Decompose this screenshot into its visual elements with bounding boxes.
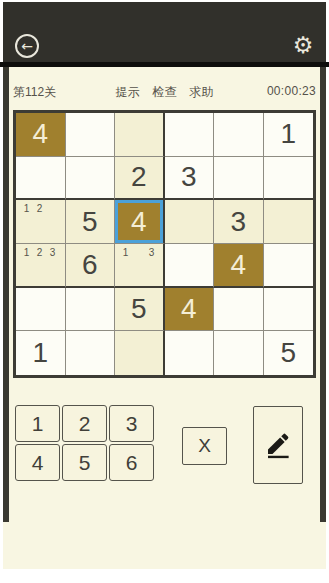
note-digit	[132, 248, 145, 258]
cell-r1c3[interactable]	[115, 113, 165, 157]
cell-r3c4[interactable]	[165, 200, 215, 244]
keypad-button-5[interactable]: 5	[62, 444, 107, 481]
cell-r2c5[interactable]	[214, 157, 264, 201]
cell-value: 5	[131, 295, 147, 323]
cell-r5c1[interactable]	[16, 288, 66, 332]
cell-r3c2[interactable]: 5	[66, 200, 116, 244]
note-digit: 1	[20, 204, 33, 214]
cell-value: 5	[280, 339, 296, 367]
keypad-button-6[interactable]: 6	[109, 444, 154, 481]
left-edge-strip	[3, 67, 9, 522]
cell-r1c4[interactable]	[165, 113, 215, 157]
cell-value: 1	[280, 120, 296, 148]
note-digit: 1	[20, 248, 33, 258]
pencil-mode-button[interactable]	[253, 406, 303, 484]
cell-r5c2[interactable]	[66, 288, 116, 332]
keypad-button-3[interactable]: 3	[109, 405, 154, 442]
hint-button[interactable]: 提示	[116, 84, 140, 101]
note-digit: 1	[119, 248, 132, 258]
cell-value: 5	[82, 208, 98, 236]
cell-r2c6[interactable]	[264, 157, 314, 201]
cell-value: 4	[230, 251, 246, 279]
cell-r4c3[interactable]: 13	[115, 244, 165, 288]
cell-r3c3[interactable]: 4	[115, 200, 165, 244]
help-button[interactable]: 求助	[190, 84, 214, 101]
settings-button[interactable]: ⚙	[290, 32, 316, 58]
cell-r5c5[interactable]	[214, 288, 264, 332]
cell-value: 1	[32, 339, 48, 367]
cell-r6c1[interactable]: 1	[16, 331, 66, 375]
cell-r2c4[interactable]: 3	[165, 157, 215, 201]
cell-r3c6[interactable]	[264, 200, 314, 244]
number-keypad: 123456	[15, 405, 154, 481]
cell-r6c2[interactable]	[66, 331, 116, 375]
cell-value: 3	[181, 163, 197, 191]
cell-r2c3[interactable]: 2	[115, 157, 165, 201]
cell-r6c5[interactable]	[214, 331, 264, 375]
pencil-icon	[263, 430, 293, 460]
timer: 00:00:23	[267, 84, 316, 98]
erase-button[interactable]: X	[182, 427, 227, 465]
cell-r5c4[interactable]: 4	[165, 288, 215, 332]
keypad-button-4[interactable]: 4	[15, 444, 60, 481]
back-button[interactable]: ←	[15, 34, 39, 58]
cell-r4c6[interactable]	[264, 244, 314, 288]
cell-value: 3	[230, 208, 246, 236]
cell-value: 4	[181, 295, 197, 323]
keypad-button-1[interactable]: 1	[15, 405, 60, 442]
cell-r4c5[interactable]: 4	[214, 244, 264, 288]
cell-value: 6	[82, 251, 98, 279]
cell-r1c2[interactable]	[66, 113, 116, 157]
cell-r2c2[interactable]	[66, 157, 116, 201]
back-arrow-icon: ←	[21, 39, 33, 53]
note-digit: 2	[33, 248, 46, 258]
cell-value: 4	[32, 120, 48, 148]
cell-r3c1[interactable]: 12	[16, 200, 66, 244]
cell-r1c1[interactable]: 4	[16, 113, 66, 157]
cell-r2c1[interactable]	[16, 157, 66, 201]
cell-r6c6[interactable]: 5	[264, 331, 314, 375]
note-digit	[46, 204, 59, 214]
cell-r1c5[interactable]	[214, 113, 264, 157]
pencil-notes: 123	[20, 248, 59, 258]
cell-r5c3[interactable]: 5	[115, 288, 165, 332]
cell-r6c3[interactable]	[115, 331, 165, 375]
cell-r1c6[interactable]: 1	[264, 113, 314, 157]
erase-x-label: X	[198, 435, 211, 457]
cell-r3c5[interactable]: 3	[214, 200, 264, 244]
cell-r6c4[interactable]	[165, 331, 215, 375]
note-digit: 3	[145, 248, 158, 258]
check-button[interactable]: 检查	[153, 84, 177, 101]
cell-value: 4	[131, 208, 147, 236]
cell-r4c4[interactable]	[165, 244, 215, 288]
cell-r4c2[interactable]: 6	[66, 244, 116, 288]
pencil-notes: 13	[119, 248, 158, 258]
gear-icon: ⚙	[293, 34, 314, 57]
cell-r4c1[interactable]: 123	[16, 244, 66, 288]
cell-value: 2	[131, 163, 147, 191]
cell-r5c6[interactable]	[264, 288, 314, 332]
note-digit: 2	[33, 204, 46, 214]
note-digit: 3	[46, 248, 59, 258]
keypad-button-2[interactable]: 2	[62, 405, 107, 442]
top-bar: ← ⚙	[3, 2, 326, 62]
pencil-notes: 12	[20, 204, 59, 214]
sudoku-grid: 41231254312361345415	[13, 110, 316, 378]
right-edge-strip	[320, 67, 326, 522]
